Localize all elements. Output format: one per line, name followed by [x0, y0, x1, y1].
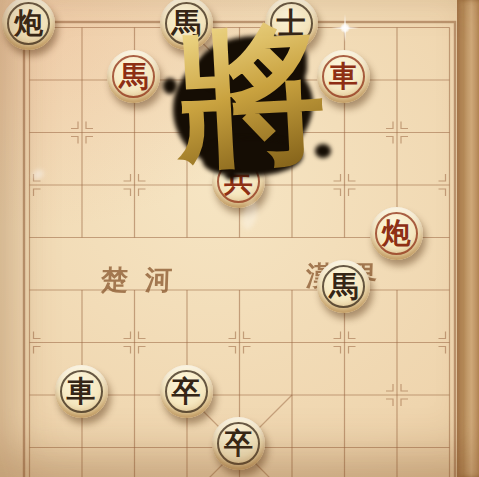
intersection-c5-r7[interactable]: [213, 316, 266, 369]
piece-character: 士: [277, 9, 306, 38]
intersection-c5-r8[interactable]: [213, 369, 266, 422]
piece-black-advisor[interactable]: 士: [265, 0, 318, 50]
intersection-c7-r9[interactable]: [318, 421, 371, 474]
intersection-c6-r5[interactable]: [266, 211, 319, 264]
intersection-c7-r7[interactable]: [318, 316, 371, 369]
intersection-c2-r3[interactable]: [56, 106, 109, 159]
piece-character: 炮: [14, 9, 43, 38]
piece-black-pawn-1[interactable]: 卒: [160, 365, 213, 418]
piece-black-general[interactable]: 將: [212, 50, 265, 103]
intersection-c7-r1[interactable]: [318, 1, 371, 54]
intersection-c2-r1[interactable]: [56, 1, 109, 54]
intersection-c3-r8[interactable]: [108, 369, 161, 422]
intersection-c4-r7[interactable]: [161, 316, 214, 369]
piece-black-horse-1[interactable]: 馬: [160, 0, 213, 50]
intersection-c4-r6[interactable]: [161, 264, 214, 317]
intersection-c6-r2[interactable]: [266, 54, 319, 107]
intersection-c1-r6[interactable]: [3, 264, 56, 317]
intersection-c6-r7[interactable]: [266, 316, 319, 369]
intersection-c6-r4[interactable]: [266, 159, 319, 212]
intersection-c4-r3[interactable]: [161, 106, 214, 159]
intersection-c1-r5[interactable]: [3, 211, 56, 264]
intersection-c6-r8[interactable]: [266, 369, 319, 422]
xiangqi-board-screenshot: 楚河 漢界 炮馬士馬車將兵炮馬車卒卒 將: [0, 0, 479, 477]
intersection-c5-r1[interactable]: [213, 1, 266, 54]
intersection-c6-r3[interactable]: [266, 106, 319, 159]
intersection-c3-r4[interactable]: [108, 159, 161, 212]
intersection-c3-r3[interactable]: [108, 106, 161, 159]
intersection-c7-r8[interactable]: [318, 369, 371, 422]
piece-character: 卒: [172, 377, 201, 406]
intersection-c8-r3[interactable]: [371, 106, 424, 159]
piece-black-chariot[interactable]: 車: [55, 365, 108, 418]
piece-character: 車: [329, 62, 358, 91]
intersection-c1-r4[interactable]: [3, 159, 56, 212]
intersection-c6-r6[interactable]: [266, 264, 319, 317]
intersection-c5-r3[interactable]: [213, 106, 266, 159]
intersection-c6-r9[interactable]: [266, 421, 319, 474]
intersection-c1-r2[interactable]: [3, 54, 56, 107]
intersection-c2-r9[interactable]: [56, 421, 109, 474]
piece-black-pawn-2[interactable]: 卒: [212, 417, 265, 470]
intersection-c7-r5[interactable]: [318, 211, 371, 264]
intersection-c2-r2[interactable]: [56, 54, 109, 107]
intersection-c4-r5[interactable]: [161, 211, 214, 264]
piece-red-cannon[interactable]: 炮: [370, 207, 423, 260]
intersection-c1-r9[interactable]: [3, 421, 56, 474]
intersection-c1-r8[interactable]: [3, 369, 56, 422]
intersection-c8-r6[interactable]: [371, 264, 424, 317]
piece-character: 兵: [224, 167, 253, 196]
piece-character: 車: [67, 377, 96, 406]
intersection-c4-r9[interactable]: [161, 421, 214, 474]
intersection-c1-r3[interactable]: [3, 106, 56, 159]
intersection-c2-r7[interactable]: [56, 316, 109, 369]
intersection-c7-r4[interactable]: [318, 159, 371, 212]
intersection-c4-r4[interactable]: [161, 159, 214, 212]
piece-character: 馬: [329, 272, 358, 301]
piece-red-horse[interactable]: 馬: [107, 50, 160, 103]
intersection-c8-r1[interactable]: [371, 1, 424, 54]
piece-red-pawn[interactable]: 兵: [212, 155, 265, 208]
intersection-c5-r6[interactable]: [213, 264, 266, 317]
intersection-c3-r6[interactable]: [108, 264, 161, 317]
board-wooden-frame: [457, 0, 479, 477]
piece-red-chariot[interactable]: 車: [317, 50, 370, 103]
intersection-c8-r7[interactable]: [371, 316, 424, 369]
intersection-c7-r3[interactable]: [318, 106, 371, 159]
piece-character: 馬: [172, 9, 201, 38]
intersection-c5-r5[interactable]: [213, 211, 266, 264]
intersection-c2-r6[interactable]: [56, 264, 109, 317]
intersection-c3-r5[interactable]: [108, 211, 161, 264]
piece-character: 卒: [224, 429, 253, 458]
piece-character: 炮: [382, 219, 411, 248]
intersection-c1-r7[interactable]: [3, 316, 56, 369]
intersection-c3-r9[interactable]: [108, 421, 161, 474]
intersection-c3-r7[interactable]: [108, 316, 161, 369]
intersection-c2-r4[interactable]: [56, 159, 109, 212]
intersection-c2-r5[interactable]: [56, 211, 109, 264]
piece-black-horse-2[interactable]: 馬: [317, 260, 370, 313]
piece-character: 馬: [119, 62, 148, 91]
intersection-c8-r9[interactable]: [371, 421, 424, 474]
intersection-c3-r1[interactable]: [108, 1, 161, 54]
piece-character: 將: [224, 62, 253, 91]
intersection-c8-r4[interactable]: [371, 159, 424, 212]
intersection-c4-r2[interactable]: [161, 54, 214, 107]
intersection-c8-r8[interactable]: [371, 369, 424, 422]
intersection-c8-r2[interactable]: [371, 54, 424, 107]
